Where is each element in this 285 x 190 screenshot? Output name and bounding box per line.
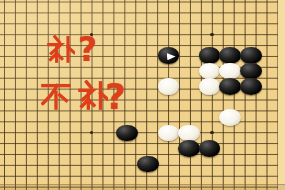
annotation-line-2: 不补?	[41, 80, 108, 110]
stone-white	[219, 109, 241, 126]
stone-black	[240, 47, 262, 64]
stone-black	[116, 125, 138, 142]
stone-white	[158, 78, 180, 95]
stone-black	[158, 47, 180, 64]
stone-black	[137, 156, 159, 173]
stone-white	[219, 63, 241, 80]
stone-black	[240, 63, 262, 80]
glyph-bu-not-icon	[41, 80, 71, 110]
stone-black	[219, 47, 241, 64]
question-mark-2: ?	[105, 79, 126, 115]
stone-black	[199, 47, 221, 64]
go-board-frame: 补? ? 不补?	[0, 0, 285, 190]
star-point	[210, 33, 213, 36]
glyph-bu-reinforce-icon	[47, 35, 75, 63]
glyph-bu-reinforce-2-icon	[78, 80, 108, 110]
stone-black	[199, 140, 221, 157]
annotation-line-1: 补?	[47, 35, 75, 63]
star-point	[210, 131, 213, 134]
stone-black	[219, 78, 241, 95]
stone-black	[178, 140, 200, 157]
stone-white	[178, 125, 200, 142]
stone-black	[240, 78, 262, 95]
triangle-marker-icon	[167, 52, 176, 61]
stone-white	[158, 125, 180, 142]
question-mark-1: ?	[78, 33, 97, 66]
stone-white	[199, 78, 221, 95]
stone-white	[199, 63, 221, 80]
